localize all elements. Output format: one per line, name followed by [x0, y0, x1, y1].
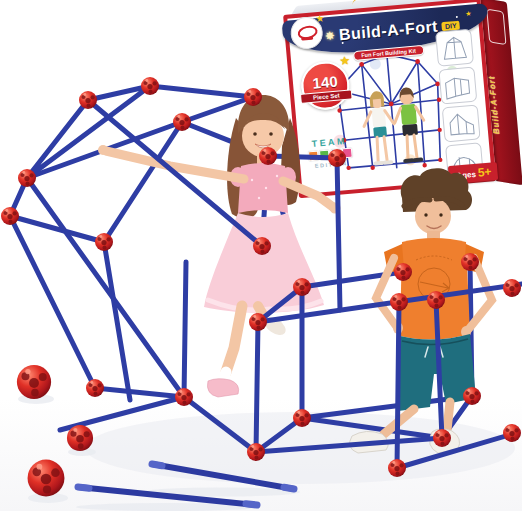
product-photo: Build-A-Fort [0, 0, 522, 511]
loose-balls [17, 365, 93, 497]
fort-scene [0, 0, 522, 511]
